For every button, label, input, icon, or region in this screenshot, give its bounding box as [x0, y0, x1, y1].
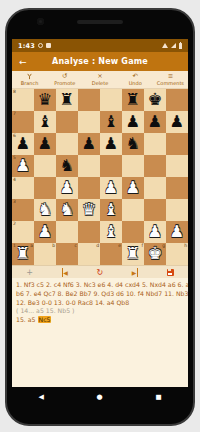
square-g6[interactable] [144, 133, 166, 155]
piece-white-bishop[interactable]: ♝ [100, 221, 122, 243]
square-f1[interactable]: f♜ [122, 243, 144, 265]
save-button[interactable] [167, 269, 174, 276]
battery-icon [179, 43, 183, 49]
square-f6[interactable]: ♞ [122, 133, 144, 155]
move-line[interactable]: 1. Nf3 c5 2. c4 Nf6 3. Nc3 e6 4. d4 cxd4… [16, 281, 184, 290]
square-h2[interactable]: ♟ [166, 221, 188, 243]
cell-signal-icon [171, 43, 176, 48]
square-b7[interactable]: ♝ [34, 111, 56, 133]
branch-button[interactable]: Branch [12, 71, 47, 88]
square-c1[interactable]: c [56, 243, 78, 265]
square-b5[interactable] [34, 155, 56, 177]
square-h3[interactable] [166, 199, 188, 221]
square-c6[interactable] [56, 133, 78, 155]
earpiece-speaker [77, 20, 123, 24]
square-g2[interactable]: ♟ [144, 221, 166, 243]
piece-white-knight[interactable]: ♞ [56, 199, 78, 221]
square-f4[interactable]: ♟ [122, 177, 144, 199]
square-a3[interactable]: 3 [12, 199, 34, 221]
comments-icon: ≡ [168, 73, 173, 80]
undo-button[interactable]: ↶ Undo [118, 71, 153, 88]
square-b4[interactable] [34, 177, 56, 199]
square-e3[interactable]: ♝ [100, 199, 122, 221]
piece-white-pawn[interactable]: ♟ [122, 177, 144, 199]
square-b8[interactable]: ♛ [34, 89, 56, 111]
skip-to-end-button[interactable]: ▶ [132, 268, 138, 277]
branch-label: Branch [21, 80, 39, 86]
move-text[interactable]: ( 14... a5 15. Nb5 ) [16, 307, 75, 314]
square-a4[interactable]: 4 [12, 177, 34, 199]
square-g1[interactable]: g♚ [144, 243, 166, 265]
piece-black-pawn[interactable]: ♟ [144, 111, 166, 133]
square-a1[interactable]: 1a♜ [12, 243, 34, 265]
square-d4[interactable] [78, 177, 100, 199]
square-g4[interactable] [144, 177, 166, 199]
square-b3[interactable]: ♞ [34, 199, 56, 221]
square-c7[interactable] [56, 111, 78, 133]
file-label: b [52, 243, 55, 248]
move-text[interactable]: b6 7. e4 Qc7 8. Be2 Bb7 9. Qd3 d6 10. f4… [16, 290, 188, 297]
branch-icon [26, 73, 33, 80]
piece-white-king[interactable]: ♚ [144, 243, 166, 265]
square-a7[interactable]: 7 [12, 111, 34, 133]
square-g3[interactable] [144, 199, 166, 221]
notification-clock-icon [38, 43, 43, 48]
rank-label: 4 [13, 177, 16, 182]
android-back-button[interactable]: ◀ [38, 391, 43, 403]
board-nav-bar: + ◀ ↻ ▶ [12, 265, 188, 278]
file-label: d [96, 243, 99, 248]
piece-white-bishop[interactable]: ♝ [100, 199, 122, 221]
piece-black-knight[interactable]: ♞ [56, 155, 78, 177]
move-text[interactable]: 15. a5 [16, 316, 38, 323]
square-h7[interactable]: ♟ [166, 111, 188, 133]
square-c2[interactable] [56, 221, 78, 243]
piece-white-pawn[interactable]: ♟ [144, 221, 166, 243]
piece-white-pawn[interactable]: ♟ [56, 177, 78, 199]
status-bar: 1:43 [12, 39, 188, 52]
piece-white-queen[interactable]: ♛ [78, 199, 100, 221]
square-b1[interactable]: b [34, 243, 56, 265]
square-d7[interactable] [78, 111, 100, 133]
rank-label: 3 [13, 199, 16, 204]
piece-white-pawn[interactable]: ♟ [34, 221, 56, 243]
file-label: h [184, 243, 187, 248]
piece-white-pawn[interactable]: ♟ [166, 221, 188, 243]
square-d5[interactable] [78, 155, 100, 177]
comments-label: Comments [157, 80, 184, 86]
square-a8[interactable]: 8 [12, 89, 34, 111]
save-icon [167, 269, 174, 276]
move-text[interactable]: 12. Be3 0-0 13. 0-0 Rac8 14. a4 Qb8 [16, 299, 129, 306]
square-f2[interactable] [122, 221, 144, 243]
piece-white-rook[interactable]: ♜ [122, 243, 144, 265]
square-h5[interactable] [166, 155, 188, 177]
rank-label: 2 [13, 221, 16, 226]
square-d3[interactable]: ♛ [78, 199, 100, 221]
skip-to-start-button[interactable]: ◀ [62, 268, 68, 277]
screenshot-stage: 1:43 ← Analyse : New Game Branch [0, 0, 200, 432]
square-e6[interactable]: ♟ [100, 133, 122, 155]
delete-icon: × [97, 73, 102, 80]
square-f3[interactable] [122, 199, 144, 221]
piece-black-queen[interactable]: ♛ [34, 89, 56, 111]
app-screen: 1:43 ← Analyse : New Game Branch [12, 39, 188, 387]
square-c5[interactable]: ♞ [56, 155, 78, 177]
square-c8[interactable]: ♜ [56, 89, 78, 111]
square-g5[interactable] [144, 155, 166, 177]
piece-black-rook[interactable]: ♜ [122, 89, 144, 111]
square-d2[interactable] [78, 221, 100, 243]
delete-label: Delete [92, 80, 108, 86]
square-f8[interactable]: ♜ [122, 89, 144, 111]
piece-black-king[interactable]: ♚ [144, 89, 166, 111]
piece-black-knight[interactable]: ♞ [122, 133, 144, 155]
square-e1[interactable]: e [100, 243, 122, 265]
move-line[interactable]: b6 7. e4 Qc7 8. Be2 Bb7 9. Qd3 d6 10. f4… [16, 290, 184, 299]
move-text[interactable]: 1. Nf3 c5 2. c4 Nf6 3. Nc3 e6 4. d4 cxd4… [16, 281, 188, 288]
undo-icon: ↶ [132, 73, 137, 80]
square-h1[interactable]: h [166, 243, 188, 265]
square-c3[interactable]: ♞ [56, 199, 78, 221]
square-a2[interactable]: 2 [12, 221, 34, 243]
android-nav-bar: ◀ ● ■ [12, 391, 188, 403]
wifi-icon [162, 43, 168, 48]
current-move[interactable]: Nc5 [38, 316, 52, 323]
square-b2[interactable]: ♟ [34, 221, 56, 243]
square-a6[interactable]: 6♟ [12, 133, 34, 155]
move-line[interactable]: ( 14... a5 15. Nb5 ) [16, 307, 184, 316]
square-e5[interactable] [100, 155, 122, 177]
piece-black-pawn[interactable]: ♟ [166, 111, 188, 133]
comments-button[interactable]: ≡ Comments [153, 71, 188, 88]
square-a5[interactable]: 5♟ [12, 155, 34, 177]
rank-label: 7 [13, 111, 16, 116]
square-b6[interactable]: ♟ [34, 133, 56, 155]
piece-white-pawn[interactable]: ♟ [12, 155, 34, 177]
clock-time: 1:43 [18, 42, 35, 50]
notification-app-icon [46, 43, 51, 48]
move-line[interactable]: 12. Be3 0-0 13. 0-0 Rac8 14. a4 Qb8 [16, 299, 184, 308]
phone-frame: 1:43 ← Analyse : New Game Branch [5, 8, 195, 426]
piece-black-pawn[interactable]: ♟ [12, 133, 34, 155]
front-camera [37, 18, 44, 25]
chess-board: 8♛♜♜♚7♝♝♟♟♟6♟♟♟♟♞5♟♞4♟♟♟3♞♞♛♝2♟♝♟♟1a♜bcd… [12, 89, 188, 265]
square-h6[interactable] [166, 133, 188, 155]
undo-label: Undo [129, 80, 142, 86]
piece-black-rook[interactable]: ♜ [56, 89, 78, 111]
square-h8[interactable] [166, 89, 188, 111]
piece-black-pawn[interactable]: ♟ [100, 133, 122, 155]
square-h4[interactable] [166, 177, 188, 199]
move-list[interactable]: 1. Nf3 c5 2. c4 Nf6 3. Nc3 e6 4. d4 cxd4… [12, 278, 188, 387]
square-e2[interactable]: ♝ [100, 221, 122, 243]
square-f7[interactable]: ♟ [122, 111, 144, 133]
add-move-button[interactable]: + [26, 268, 33, 277]
square-d8[interactable] [78, 89, 100, 111]
delete-button[interactable]: × Delete [82, 71, 117, 88]
square-e4[interactable]: ♟ [100, 177, 122, 199]
android-recents-button[interactable]: ■ [155, 391, 161, 403]
page-title: Analyse : New Game [33, 57, 167, 66]
piece-black-bishop[interactable]: ♝ [100, 111, 122, 133]
square-d6[interactable]: ♟ [78, 133, 100, 155]
move-line[interactable]: 15. a5 Nc5 [16, 316, 184, 325]
piece-black-bishop[interactable]: ♝ [34, 111, 56, 133]
file-label: c [75, 243, 77, 248]
promote-button[interactable]: ↺ Promote [47, 71, 82, 88]
piece-white-rook[interactable]: ♜ [12, 243, 34, 265]
back-arrow-icon[interactable]: ← [19, 57, 33, 67]
piece-white-pawn[interactable]: ♟ [100, 177, 122, 199]
piece-black-pawn[interactable]: ♟ [34, 133, 56, 155]
square-e8[interactable] [100, 89, 122, 111]
square-f5[interactable] [122, 155, 144, 177]
piece-white-knight[interactable]: ♞ [34, 199, 56, 221]
square-g8[interactable]: ♚ [144, 89, 166, 111]
analysis-toolbar: Branch ↺ Promote × Delete ↶ Undo ≡ Comme… [12, 71, 188, 89]
file-label: e [118, 243, 121, 248]
promote-icon: ↺ [62, 73, 67, 80]
piece-black-pawn[interactable]: ♟ [122, 111, 144, 133]
square-d1[interactable]: d [78, 243, 100, 265]
android-home-button[interactable]: ● [97, 391, 103, 403]
flip-board-button[interactable]: ↻ [96, 268, 103, 277]
app-bar: ← Analyse : New Game [12, 52, 188, 71]
square-c4[interactable]: ♟ [56, 177, 78, 199]
promote-label: Promote [54, 80, 75, 86]
square-g7[interactable]: ♟ [144, 111, 166, 133]
square-e7[interactable]: ♝ [100, 111, 122, 133]
rank-label: 8 [13, 89, 16, 94]
piece-black-pawn[interactable]: ♟ [78, 133, 100, 155]
